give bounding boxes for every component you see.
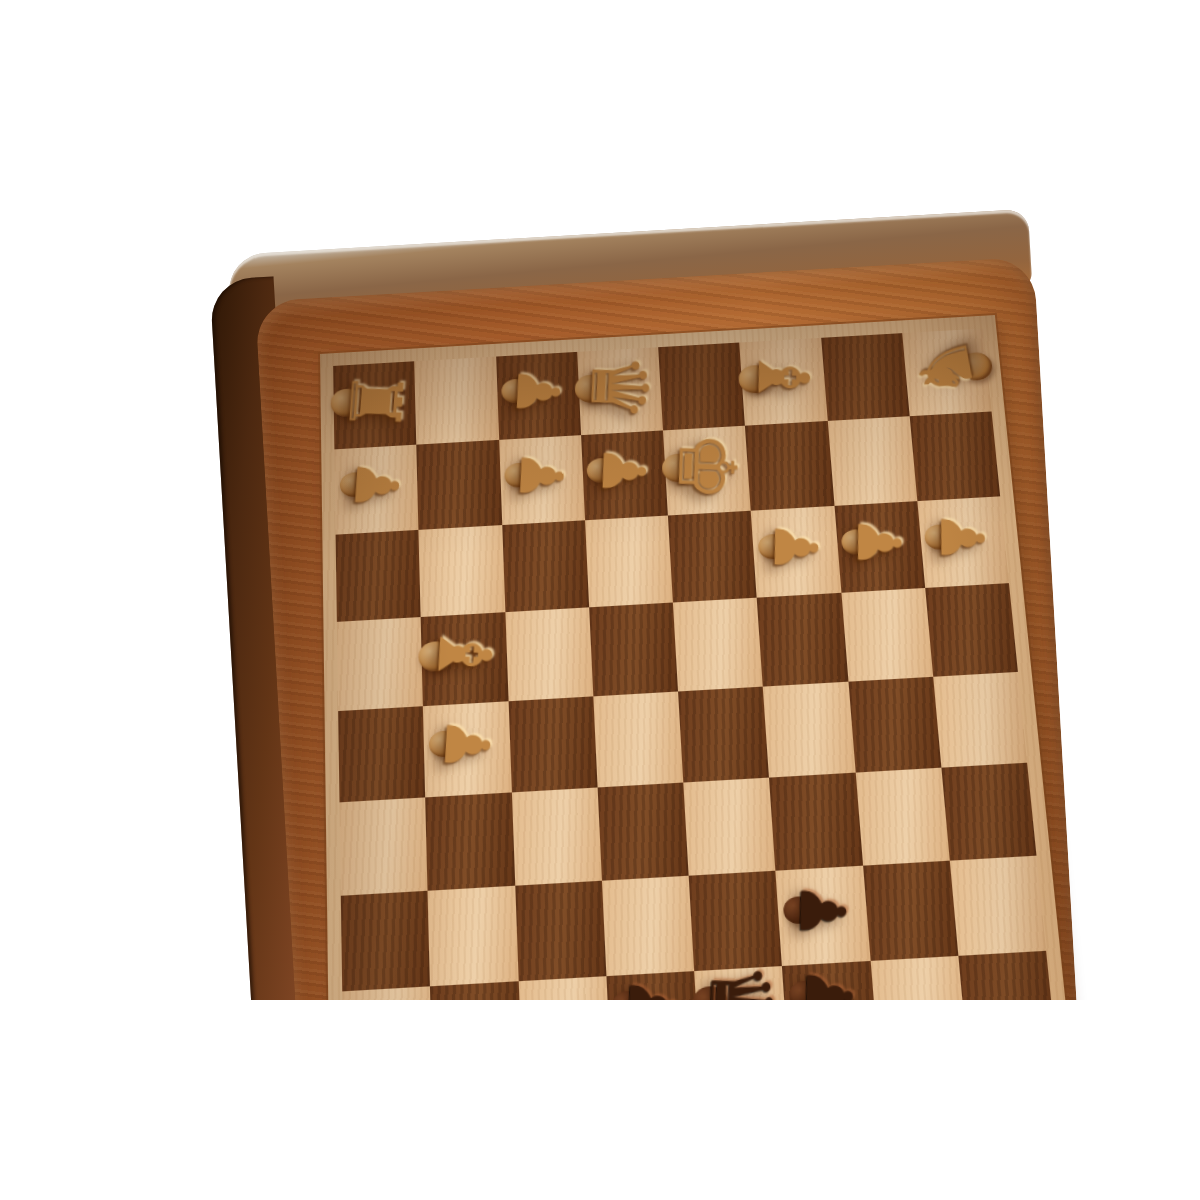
square-e8[interactable] bbox=[658, 343, 745, 431]
square-e4[interactable] bbox=[678, 687, 769, 783]
piece-glyph: ♟ bbox=[849, 515, 909, 571]
square-c6[interactable] bbox=[502, 520, 589, 612]
piece-glyph: ♜ bbox=[337, 369, 411, 433]
piece-glyph: ♟ bbox=[797, 964, 861, 1000]
square-c1[interactable] bbox=[518, 976, 611, 1000]
square-c3[interactable] bbox=[511, 787, 601, 885]
piece-glyph: ♟ bbox=[511, 448, 572, 502]
piece-glyph: ♟ bbox=[435, 715, 499, 773]
square-e5[interactable] bbox=[673, 598, 763, 692]
square-d5[interactable] bbox=[589, 602, 678, 696]
square-g1[interactable] bbox=[870, 956, 967, 1000]
square-h1[interactable] bbox=[958, 951, 1056, 1000]
square-e6[interactable] bbox=[668, 511, 757, 603]
product-photo: ♜♟♛♝♞♟♟♟♚♟♟♟♝♟♟♟♛♟ bbox=[0, 0, 1200, 1000]
square-h3[interactable] bbox=[941, 763, 1036, 861]
square-a6[interactable] bbox=[336, 530, 421, 622]
piece-glyph: ♟ bbox=[345, 458, 407, 513]
piece-glyph: ♟ bbox=[593, 444, 654, 498]
piece-glyph: ♝ bbox=[426, 620, 502, 689]
piece-glyph: ♛ bbox=[697, 959, 784, 1000]
square-d2[interactable] bbox=[602, 876, 694, 976]
square-g7[interactable] bbox=[827, 416, 917, 506]
square-b6[interactable] bbox=[419, 525, 505, 617]
square-g3[interactable] bbox=[855, 768, 949, 866]
piece-glyph: ♟ bbox=[619, 974, 684, 1000]
square-g4[interactable] bbox=[848, 677, 941, 773]
square-d4[interactable] bbox=[593, 691, 683, 787]
square-f5[interactable] bbox=[757, 593, 848, 687]
board-border: ♜♟♛♝♞♟♟♟♚♟♟♟♝♟♟♟♛♟ bbox=[320, 315, 1072, 1000]
square-g2[interactable] bbox=[863, 861, 959, 961]
piece-glyph: ♟ bbox=[932, 510, 992, 566]
square-f7[interactable] bbox=[745, 421, 834, 511]
piece-glyph: ♟ bbox=[507, 365, 568, 418]
piece-glyph: ♛ bbox=[579, 351, 660, 423]
square-e3[interactable] bbox=[683, 778, 775, 876]
square-f3[interactable] bbox=[769, 773, 862, 871]
square-g5[interactable] bbox=[841, 588, 933, 682]
chessboard-case: ♜♟♛♝♞♟♟♟♚♟♟♟♝♟♟♟♛♟ bbox=[255, 257, 1082, 1000]
square-a3[interactable] bbox=[339, 797, 427, 895]
square-c2[interactable] bbox=[515, 881, 606, 982]
tilted-scene: ♜♟♛♝♞♟♟♟♚♟♟♟♝♟♟♟♛♟ bbox=[0, 0, 1200, 1000]
square-d6[interactable] bbox=[585, 515, 673, 607]
piece-glyph: ♚ bbox=[666, 430, 747, 503]
square-h7[interactable] bbox=[909, 411, 1000, 501]
piece-glyph: ♝ bbox=[747, 345, 818, 409]
square-f4[interactable] bbox=[763, 682, 855, 778]
square-b8[interactable] bbox=[414, 357, 498, 445]
square-b3[interactable] bbox=[425, 792, 514, 890]
square-a2[interactable] bbox=[341, 891, 430, 992]
square-e2[interactable] bbox=[689, 871, 782, 971]
board-perspective-wrap: ♜♟♛♝♞♟♟♟♚♟♟♟♝♟♟♟♛♟ bbox=[320, 315, 1072, 1000]
square-b7[interactable] bbox=[417, 440, 502, 530]
square-d3[interactable] bbox=[597, 783, 688, 881]
square-b2[interactable] bbox=[428, 886, 518, 987]
piece-glyph: ♞ bbox=[906, 332, 987, 403]
square-c4[interactable] bbox=[508, 696, 597, 792]
square-h2[interactable] bbox=[950, 856, 1047, 956]
square-h4[interactable] bbox=[933, 672, 1027, 768]
square-c5[interactable] bbox=[505, 607, 593, 701]
square-a5[interactable] bbox=[337, 617, 423, 711]
square-g8[interactable] bbox=[821, 333, 910, 421]
piece-glyph: ♟ bbox=[791, 880, 854, 941]
piece-glyph: ♟ bbox=[765, 519, 825, 575]
square-a4[interactable] bbox=[338, 706, 425, 802]
square-h5[interactable] bbox=[925, 583, 1018, 677]
